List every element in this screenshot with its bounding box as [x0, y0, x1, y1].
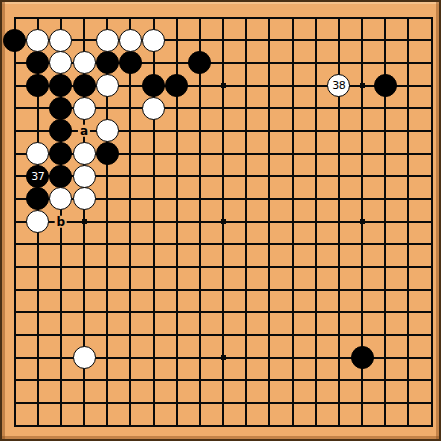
white-stone [96, 119, 119, 142]
white-stone: 38 [327, 74, 350, 97]
grid-line-horizontal [14, 39, 433, 41]
white-stone [73, 187, 96, 210]
move-number-label: 37 [31, 171, 44, 182]
move-number-label: 38 [332, 80, 345, 91]
white-stone [142, 97, 165, 120]
grid-line-horizontal [14, 425, 433, 427]
go-board[interactable]: 3738ab [0, 0, 441, 441]
star-point [360, 83, 365, 88]
white-stone [96, 29, 119, 52]
white-stone [119, 29, 142, 52]
white-stone [96, 74, 119, 97]
black-stone [3, 29, 26, 52]
black-stone [142, 74, 165, 97]
point-label-b: b [55, 215, 68, 227]
black-stone [73, 74, 96, 97]
white-stone [73, 142, 96, 165]
black-stone [119, 51, 142, 74]
black-stone [351, 346, 374, 369]
white-stone [49, 51, 72, 74]
black-stone [26, 74, 49, 97]
black-stone [26, 187, 49, 210]
grid-line-horizontal [14, 379, 433, 381]
grid-line-horizontal [14, 311, 433, 313]
star-point [221, 83, 226, 88]
black-stone [49, 97, 72, 120]
white-stone [26, 210, 49, 233]
grid-line-horizontal [14, 17, 433, 19]
black-stone: 37 [26, 165, 49, 188]
white-stone [26, 142, 49, 165]
star-point [82, 219, 87, 224]
black-stone [49, 165, 72, 188]
black-stone [49, 74, 72, 97]
white-stone [49, 29, 72, 52]
white-stone [73, 51, 96, 74]
grid-line-horizontal [14, 334, 433, 336]
star-point [221, 219, 226, 224]
grid-line-horizontal [14, 402, 433, 404]
grid-line-horizontal [14, 289, 433, 291]
white-stone [142, 29, 165, 52]
white-stone [49, 187, 72, 210]
grid-line-horizontal [14, 243, 433, 245]
white-stone [73, 346, 96, 369]
black-stone [374, 74, 397, 97]
black-stone [96, 142, 119, 165]
point-label-a: a [78, 125, 90, 137]
white-stone [73, 165, 96, 188]
black-stone [26, 51, 49, 74]
grid-line-horizontal [14, 266, 433, 268]
star-point [360, 219, 365, 224]
star-point [221, 355, 226, 360]
white-stone [26, 29, 49, 52]
grid-line-horizontal [14, 130, 433, 132]
black-stone [188, 51, 211, 74]
black-stone [49, 142, 72, 165]
black-stone [96, 51, 119, 74]
white-stone [73, 97, 96, 120]
black-stone [165, 74, 188, 97]
black-stone [49, 119, 72, 142]
